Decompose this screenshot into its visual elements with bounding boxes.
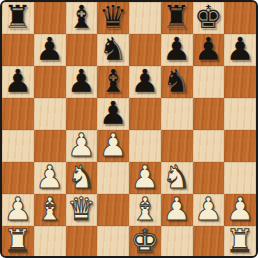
black-pawn[interactable]: ♟ — [67, 65, 96, 97]
black-bishop[interactable]: ♝ — [99, 65, 128, 97]
black-queen[interactable]: ♛ — [99, 1, 128, 33]
square-g5[interactable] — [193, 98, 225, 130]
square-d4[interactable]: ♟ — [97, 130, 129, 162]
white-queen[interactable]: ♛ — [67, 193, 96, 225]
white-bishop[interactable]: ♝ — [35, 193, 64, 225]
black-knight[interactable]: ♞ — [162, 65, 191, 97]
square-h1[interactable]: ♜ — [224, 226, 256, 258]
square-a6[interactable]: ♟ — [2, 66, 34, 98]
square-a5[interactable] — [2, 98, 34, 130]
square-d1[interactable] — [97, 226, 129, 258]
square-e1[interactable]: ♚ — [129, 226, 161, 258]
black-knight[interactable]: ♞ — [99, 33, 128, 65]
white-pawn[interactable]: ♟ — [194, 193, 223, 225]
black-rook[interactable]: ♜ — [4, 1, 33, 33]
board-grid: ♜♝♛♜♚♟♞♟♟♟♟♟♝♟♞♟♟♟♟♞♟♞♟♝♛♝♟♟♟♜♚♜ — [2, 2, 256, 256]
square-c8[interactable]: ♝ — [66, 2, 98, 34]
black-bishop[interactable]: ♝ — [67, 1, 96, 33]
square-f5[interactable] — [161, 98, 193, 130]
square-f2[interactable]: ♟ — [161, 194, 193, 226]
black-pawn[interactable]: ♟ — [131, 65, 160, 97]
square-e6[interactable]: ♟ — [129, 66, 161, 98]
square-a8[interactable]: ♜ — [2, 2, 34, 34]
white-pawn[interactable]: ♟ — [162, 193, 191, 225]
black-pawn[interactable]: ♟ — [226, 33, 255, 65]
black-king[interactable]: ♚ — [194, 1, 223, 33]
square-g2[interactable]: ♟ — [193, 194, 225, 226]
square-g6[interactable] — [193, 66, 225, 98]
white-pawn[interactable]: ♟ — [99, 129, 128, 161]
square-h5[interactable] — [224, 98, 256, 130]
square-b2[interactable]: ♝ — [34, 194, 66, 226]
square-c2[interactable]: ♛ — [66, 194, 98, 226]
square-g7[interactable]: ♟ — [193, 34, 225, 66]
white-king[interactable]: ♚ — [131, 225, 160, 257]
square-b7[interactable]: ♟ — [34, 34, 66, 66]
square-d3[interactable] — [97, 162, 129, 194]
square-g4[interactable] — [193, 130, 225, 162]
square-h6[interactable] — [224, 66, 256, 98]
black-pawn[interactable]: ♟ — [162, 33, 191, 65]
white-rook[interactable]: ♜ — [226, 225, 255, 257]
square-b1[interactable] — [34, 226, 66, 258]
square-g1[interactable] — [193, 226, 225, 258]
square-a1[interactable]: ♜ — [2, 226, 34, 258]
square-b6[interactable] — [34, 66, 66, 98]
square-c1[interactable] — [66, 226, 98, 258]
white-pawn[interactable]: ♟ — [35, 161, 64, 193]
black-pawn[interactable]: ♟ — [35, 33, 64, 65]
black-pawn[interactable]: ♟ — [99, 97, 128, 129]
square-b5[interactable] — [34, 98, 66, 130]
square-h4[interactable] — [224, 130, 256, 162]
white-pawn[interactable]: ♟ — [226, 193, 255, 225]
square-f6[interactable]: ♞ — [161, 66, 193, 98]
chess-board: ♜♝♛♜♚♟♞♟♟♟♟♟♝♟♞♟♟♟♟♞♟♞♟♝♛♝♟♟♟♜♚♜ — [0, 0, 258, 258]
square-d2[interactable] — [97, 194, 129, 226]
black-pawn[interactable]: ♟ — [194, 33, 223, 65]
square-e5[interactable] — [129, 98, 161, 130]
white-knight[interactable]: ♞ — [67, 161, 96, 193]
white-bishop[interactable]: ♝ — [131, 193, 160, 225]
black-rook[interactable]: ♜ — [162, 1, 191, 33]
white-knight[interactable]: ♞ — [162, 161, 191, 193]
square-c6[interactable]: ♟ — [66, 66, 98, 98]
square-h7[interactable]: ♟ — [224, 34, 256, 66]
white-pawn[interactable]: ♟ — [67, 129, 96, 161]
white-pawn[interactable]: ♟ — [131, 161, 160, 193]
square-f1[interactable] — [161, 226, 193, 258]
white-rook[interactable]: ♜ — [4, 225, 33, 257]
black-pawn[interactable]: ♟ — [4, 65, 33, 97]
square-a4[interactable] — [2, 130, 34, 162]
square-e8[interactable] — [129, 2, 161, 34]
white-pawn[interactable]: ♟ — [4, 193, 33, 225]
